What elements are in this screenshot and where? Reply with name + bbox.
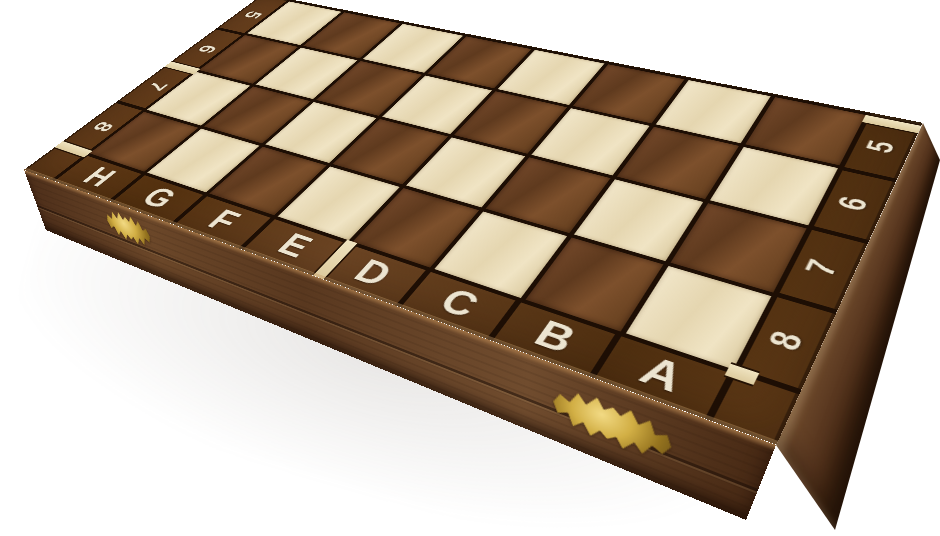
file-label-g-text: G [133,181,185,214]
file-label-c-text: C [432,281,488,325]
rank-label-right-7-text: 7 [796,255,846,280]
file-label-d-text: D [346,253,401,294]
rank-label-left-5-text: 5 [239,10,268,20]
file-label-f-text: F [200,204,248,238]
file-label-b-text: B [526,313,584,361]
rank-label-left-8-text: 8 [88,119,120,134]
rank-label-right-6-text: 6 [829,193,877,214]
rank-label-left-6-text: 6 [193,43,223,55]
rank-label-right-5-text: 5 [858,137,903,156]
product-photo-folded-chessboard: 56785678HGFEDCBA [0,0,940,536]
rank-label-right-8-text: 8 [759,326,813,355]
file-label-e-text: E [270,227,321,264]
file-label-h-text: H [75,162,124,192]
rank-label-left-7-text: 7 [143,80,174,93]
file-label-a-text: A [632,348,691,401]
